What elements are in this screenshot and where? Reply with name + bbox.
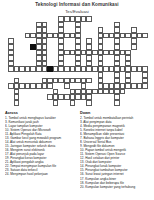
crossword-page: Teknologi Informasi dan Komunikasi Tes/E… <box>0 0 154 200</box>
clue-item: 24. Menyimpan hasil pekerjaan <box>5 172 78 176</box>
page-title: Teknologi Informasi dan Komunikasi <box>0 2 154 7</box>
across-header: Across <box>5 111 78 115</box>
down-header: Down <box>80 111 152 115</box>
down-clues-column: Down 2. Tombol untuk membatalkan perinta… <box>80 111 152 189</box>
crossword-grid <box>8 16 148 106</box>
clue-item: 20. Kumpulan komputer yang terhubung <box>80 185 152 189</box>
across-clues-column: Across 1. Tombol untuk menghapus karakte… <box>5 111 78 177</box>
void-cell <box>142 100 148 106</box>
across-clue-list: 1. Tombol untuk menghapus karakter3. Kom… <box>5 116 78 177</box>
page-subtitle: Tes/Evaluasi <box>0 9 154 14</box>
down-clue-list: 2. Tombol untuk membatalkan perintah3. A… <box>80 116 152 189</box>
